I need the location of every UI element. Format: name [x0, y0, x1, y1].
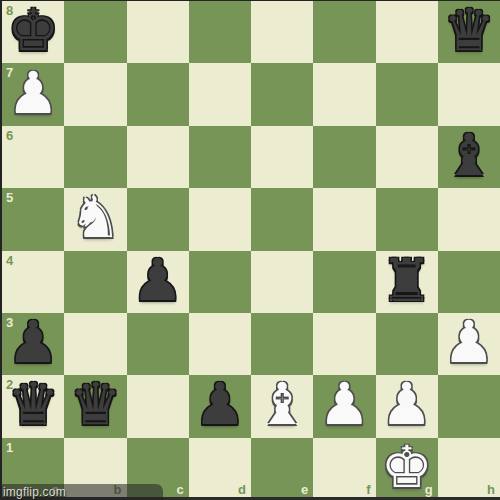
black-pawn[interactable]: ♟	[194, 373, 246, 435]
square-e3[interactable]	[251, 313, 313, 375]
square-b4[interactable]	[64, 251, 126, 313]
black-queen[interactable]: ♛	[7, 373, 59, 435]
square-b3[interactable]	[64, 313, 126, 375]
square-h5[interactable]	[438, 188, 500, 250]
square-a6[interactable]: 6	[2, 126, 64, 188]
white-pawn[interactable]: ♟	[381, 373, 433, 435]
square-h7[interactable]	[438, 63, 500, 125]
rank-label-4: 4	[6, 254, 13, 267]
square-c4[interactable]: ♟	[127, 251, 189, 313]
square-a7[interactable]: 7♟	[2, 63, 64, 125]
square-f3[interactable]	[313, 313, 375, 375]
square-a8[interactable]: 8♚	[2, 1, 64, 63]
white-pawn[interactable]: ♟	[7, 62, 59, 124]
square-a4[interactable]: 4	[2, 251, 64, 313]
square-b6[interactable]	[64, 126, 126, 188]
file-label-f: f	[366, 483, 370, 496]
black-queen[interactable]: ♛	[443, 0, 495, 61]
square-a5[interactable]: 5	[2, 188, 64, 250]
square-h4[interactable]	[438, 251, 500, 313]
square-d4[interactable]	[189, 251, 251, 313]
file-label-h: h	[487, 483, 495, 496]
square-f1[interactable]: f	[313, 438, 375, 500]
square-f8[interactable]	[313, 1, 375, 63]
square-e6[interactable]	[251, 126, 313, 188]
square-c7[interactable]	[127, 63, 189, 125]
square-h1[interactable]: h	[438, 438, 500, 500]
square-b8[interactable]	[64, 1, 126, 63]
rank-label-6: 6	[6, 129, 13, 142]
white-bishop[interactable]: ♝	[256, 373, 308, 435]
rank-label-5: 5	[6, 191, 13, 204]
square-a2[interactable]: 2♛	[2, 375, 64, 437]
square-g4[interactable]: ♜	[376, 251, 438, 313]
square-b7[interactable]	[64, 63, 126, 125]
white-pawn[interactable]: ♟	[443, 311, 495, 373]
square-g5[interactable]	[376, 188, 438, 250]
imgflip-watermark: imgflip.com	[0, 484, 163, 500]
square-h8[interactable]: ♛	[438, 1, 500, 63]
square-g7[interactable]	[376, 63, 438, 125]
square-b5[interactable]: ♞	[64, 188, 126, 250]
square-d1[interactable]: d	[189, 438, 251, 500]
white-pawn[interactable]: ♟	[318, 373, 370, 435]
square-f4[interactable]	[313, 251, 375, 313]
square-g6[interactable]	[376, 126, 438, 188]
square-e4[interactable]	[251, 251, 313, 313]
square-g8[interactable]	[376, 1, 438, 63]
square-g2[interactable]: ♟	[376, 375, 438, 437]
square-h2[interactable]	[438, 375, 500, 437]
square-c3[interactable]	[127, 313, 189, 375]
file-label-c: c	[177, 483, 184, 496]
white-king[interactable]: ♚	[381, 436, 433, 498]
square-a3[interactable]: 3♟	[2, 313, 64, 375]
square-c8[interactable]	[127, 1, 189, 63]
file-label-e: e	[301, 483, 308, 496]
black-king[interactable]: ♚	[7, 0, 59, 61]
square-h6[interactable]: ♝	[438, 126, 500, 188]
square-e1[interactable]: e	[251, 438, 313, 500]
square-c2[interactable]	[127, 375, 189, 437]
square-h3[interactable]: ♟	[438, 313, 500, 375]
square-e8[interactable]	[251, 1, 313, 63]
black-queen[interactable]: ♛	[69, 373, 121, 435]
square-f2[interactable]: ♟	[313, 375, 375, 437]
square-d3[interactable]	[189, 313, 251, 375]
square-e5[interactable]	[251, 188, 313, 250]
square-c5[interactable]	[127, 188, 189, 250]
square-d2[interactable]: ♟	[189, 375, 251, 437]
black-rook[interactable]: ♜	[381, 249, 433, 311]
square-d5[interactable]	[189, 188, 251, 250]
square-f7[interactable]	[313, 63, 375, 125]
square-f5[interactable]	[313, 188, 375, 250]
square-b2[interactable]: ♛	[64, 375, 126, 437]
imgflip-watermark-text: imgflip.com	[0, 486, 66, 498]
square-c6[interactable]	[127, 126, 189, 188]
file-label-d: d	[238, 483, 246, 496]
square-d7[interactable]	[189, 63, 251, 125]
square-d8[interactable]	[189, 1, 251, 63]
square-e2[interactable]: ♝	[251, 375, 313, 437]
black-pawn[interactable]: ♟	[7, 311, 59, 373]
square-d6[interactable]	[189, 126, 251, 188]
rank-label-1: 1	[6, 441, 13, 454]
black-bishop[interactable]: ♝	[443, 124, 495, 186]
chess-board: 8♚♛7♟6♝5♞4♟♜3♟♟2♛♛♟♝♟♟1abcdefg♚h	[2, 1, 500, 500]
square-f6[interactable]	[313, 126, 375, 188]
white-knight[interactable]: ♞	[69, 186, 121, 248]
square-e7[interactable]	[251, 63, 313, 125]
square-g1[interactable]: g♚	[376, 438, 438, 500]
black-pawn[interactable]: ♟	[132, 249, 184, 311]
square-g3[interactable]	[376, 313, 438, 375]
chess-board-image: 8♚♛7♟6♝5♞4♟♜3♟♟2♛♛♟♝♟♟1abcdefg♚h imgflip…	[0, 0, 500, 500]
